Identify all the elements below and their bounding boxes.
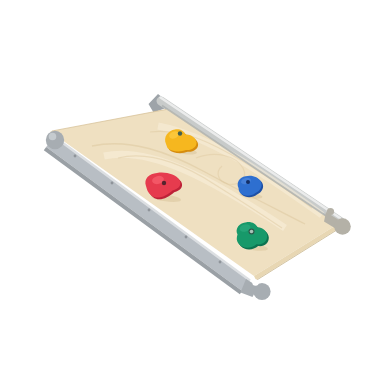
near-rail-end-notch xyxy=(252,279,258,285)
far-rail-end-knob xyxy=(334,218,351,235)
far-rail-cap-peg xyxy=(327,208,334,215)
product-image xyxy=(0,0,390,390)
near-rail-top-knob xyxy=(46,131,64,149)
rail-screw xyxy=(185,236,188,239)
rail-screw xyxy=(111,182,114,185)
rail-screw xyxy=(148,209,151,212)
near-rail-top-knob-highlight xyxy=(49,133,57,141)
climbing-ramp-illustration xyxy=(0,0,390,390)
green-hold-bolt xyxy=(250,230,254,234)
rail-screw xyxy=(219,261,222,264)
red-hold-bolt xyxy=(162,181,166,185)
rail-screw xyxy=(74,155,77,158)
blue-hold-bolt xyxy=(246,180,250,184)
yellow-hold-bolt xyxy=(178,131,182,135)
